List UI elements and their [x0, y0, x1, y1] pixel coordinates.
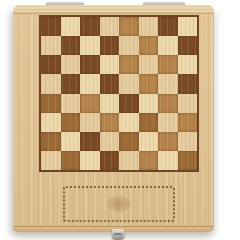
board-square: [41, 36, 61, 55]
board-square: [158, 74, 178, 93]
board-square: [139, 94, 159, 113]
board-square: [61, 17, 81, 36]
board-square: [41, 55, 61, 74]
board-square: [80, 74, 100, 93]
board-square: [158, 132, 178, 151]
board-square: [41, 151, 61, 170]
board-square: [41, 132, 61, 151]
board-square: [119, 132, 139, 151]
board-square: [100, 113, 120, 132]
product-photo: [0, 0, 240, 240]
board-square: [139, 132, 159, 151]
board-square: [61, 151, 81, 170]
chess-box: [13, 5, 214, 231]
board-square: [41, 17, 61, 36]
board-square: [100, 36, 120, 55]
board-square: [80, 17, 100, 36]
board-square: [100, 17, 120, 36]
board-square: [119, 151, 139, 170]
board-square: [158, 36, 178, 55]
board-square: [178, 17, 198, 36]
board-square: [41, 74, 61, 93]
board-square: [119, 36, 139, 55]
board-square: [80, 151, 100, 170]
board-square: [139, 17, 159, 36]
board-square: [61, 94, 81, 113]
board-square: [80, 94, 100, 113]
board-square: [119, 94, 139, 113]
board-square: [61, 132, 81, 151]
board-square: [158, 17, 178, 36]
board-square: [158, 151, 178, 170]
board-square: [119, 55, 139, 74]
embossed-logo: [106, 195, 132, 213]
board-square: [178, 132, 198, 151]
board-square: [100, 151, 120, 170]
board-square: [178, 36, 198, 55]
board-square: [178, 55, 198, 74]
board-square: [100, 74, 120, 93]
board-square: [139, 55, 159, 74]
chess-board: [39, 15, 199, 172]
board-square: [80, 36, 100, 55]
clasp: [112, 229, 124, 240]
board-square: [178, 113, 198, 132]
board-square: [61, 113, 81, 132]
board-square: [61, 55, 81, 74]
board-square: [158, 94, 178, 113]
board-square: [139, 151, 159, 170]
board-square: [139, 74, 159, 93]
board-square: [158, 55, 178, 74]
board-square: [100, 94, 120, 113]
board-square: [178, 74, 198, 93]
box-top-edge: [13, 5, 214, 14]
print-area: [63, 186, 175, 222]
board-square: [119, 74, 139, 93]
board-square: [139, 36, 159, 55]
board-square: [139, 113, 159, 132]
board-square: [100, 55, 120, 74]
board-square: [41, 94, 61, 113]
board-square: [61, 36, 81, 55]
board-square: [61, 74, 81, 93]
board-square: [158, 113, 178, 132]
board-square: [119, 113, 139, 132]
board-square: [80, 113, 100, 132]
board-square: [178, 94, 198, 113]
board-square: [119, 17, 139, 36]
board-square: [100, 132, 120, 151]
board-square: [178, 151, 198, 170]
board-square: [80, 55, 100, 74]
board-square: [41, 113, 61, 132]
board-square: [80, 132, 100, 151]
